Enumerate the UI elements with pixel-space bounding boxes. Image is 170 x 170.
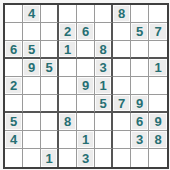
cell-r2c7[interactable] bbox=[113, 23, 131, 41]
cell-r9c7[interactable] bbox=[113, 149, 131, 167]
cell-r6c4[interactable] bbox=[59, 95, 77, 113]
cell-r1c7[interactable]: 8 bbox=[113, 5, 131, 23]
cell-r3c1[interactable]: 6 bbox=[5, 41, 23, 59]
cell-r6c1[interactable] bbox=[5, 95, 23, 113]
cell-r1c2[interactable]: 4 bbox=[23, 5, 41, 23]
cell-r7c5[interactable] bbox=[77, 113, 95, 131]
cell-r2c1[interactable] bbox=[5, 23, 23, 41]
cell-r6c6[interactable]: 5 bbox=[95, 95, 113, 113]
cell-r5c6[interactable]: 1 bbox=[95, 77, 113, 95]
cell-r6c3[interactable] bbox=[41, 95, 59, 113]
cell-r4c5[interactable] bbox=[77, 59, 95, 77]
cell-r5c3[interactable] bbox=[41, 77, 59, 95]
cell-r4c9[interactable]: 1 bbox=[149, 59, 167, 77]
cell-r5c9[interactable] bbox=[149, 77, 167, 95]
cell-r8c5[interactable]: 1 bbox=[77, 131, 95, 149]
cell-r3c4[interactable]: 1 bbox=[59, 41, 77, 59]
cell-r7c4[interactable]: 8 bbox=[59, 113, 77, 131]
cell-r9c3[interactable]: 1 bbox=[41, 149, 59, 167]
cell-r7c8[interactable]: 6 bbox=[131, 113, 149, 131]
cell-r2c8[interactable]: 5 bbox=[131, 23, 149, 41]
cell-r2c9[interactable]: 7 bbox=[149, 23, 167, 41]
cell-r7c1[interactable]: 5 bbox=[5, 113, 23, 131]
cell-r3c6[interactable]: 8 bbox=[95, 41, 113, 59]
sudoku-board: 482657651895312915795869413813 bbox=[3, 3, 169, 169]
cell-r9c6[interactable] bbox=[95, 149, 113, 167]
cell-r8c1[interactable]: 4 bbox=[5, 131, 23, 149]
cell-r7c2[interactable] bbox=[23, 113, 41, 131]
cell-r8c7[interactable] bbox=[113, 131, 131, 149]
cell-r1c3[interactable] bbox=[41, 5, 59, 23]
cell-r2c3[interactable] bbox=[41, 23, 59, 41]
cell-r6c2[interactable] bbox=[23, 95, 41, 113]
cell-r1c9[interactable] bbox=[149, 5, 167, 23]
cell-r3c7[interactable] bbox=[113, 41, 131, 59]
cell-r8c4[interactable] bbox=[59, 131, 77, 149]
cell-r9c9[interactable] bbox=[149, 149, 167, 167]
cell-r6c8[interactable]: 9 bbox=[131, 95, 149, 113]
cell-r7c3[interactable] bbox=[41, 113, 59, 131]
cell-r1c1[interactable] bbox=[5, 5, 23, 23]
cell-r5c8[interactable] bbox=[131, 77, 149, 95]
cell-r4c1[interactable] bbox=[5, 59, 23, 77]
cell-r3c3[interactable] bbox=[41, 41, 59, 59]
cell-r4c7[interactable] bbox=[113, 59, 131, 77]
cell-r7c9[interactable]: 9 bbox=[149, 113, 167, 131]
cell-r9c2[interactable] bbox=[23, 149, 41, 167]
cell-r4c8[interactable] bbox=[131, 59, 149, 77]
cell-r9c1[interactable] bbox=[5, 149, 23, 167]
cell-r9c5[interactable]: 3 bbox=[77, 149, 95, 167]
cell-r4c3[interactable]: 5 bbox=[41, 59, 59, 77]
cell-r8c8[interactable]: 3 bbox=[131, 131, 149, 149]
cell-r5c1[interactable]: 2 bbox=[5, 77, 23, 95]
cell-r2c5[interactable]: 6 bbox=[77, 23, 95, 41]
cell-r5c2[interactable] bbox=[23, 77, 41, 95]
cell-r1c4[interactable] bbox=[59, 5, 77, 23]
cell-r1c8[interactable] bbox=[131, 5, 149, 23]
cell-r5c5[interactable]: 9 bbox=[77, 77, 95, 95]
cell-r3c9[interactable] bbox=[149, 41, 167, 59]
cell-r3c2[interactable]: 5 bbox=[23, 41, 41, 59]
cell-r6c7[interactable]: 7 bbox=[113, 95, 131, 113]
cell-r2c6[interactable] bbox=[95, 23, 113, 41]
cell-r8c2[interactable] bbox=[23, 131, 41, 149]
cell-r6c9[interactable] bbox=[149, 95, 167, 113]
cell-r8c9[interactable]: 8 bbox=[149, 131, 167, 149]
cell-r8c3[interactable] bbox=[41, 131, 59, 149]
cell-r4c2[interactable]: 9 bbox=[23, 59, 41, 77]
cell-r9c8[interactable] bbox=[131, 149, 149, 167]
cell-r2c2[interactable] bbox=[23, 23, 41, 41]
cell-r7c6[interactable] bbox=[95, 113, 113, 131]
cell-r1c5[interactable] bbox=[77, 5, 95, 23]
cell-r5c4[interactable] bbox=[59, 77, 77, 95]
cell-r6c5[interactable] bbox=[77, 95, 95, 113]
cell-r4c4[interactable] bbox=[59, 59, 77, 77]
cell-r7c7[interactable] bbox=[113, 113, 131, 131]
cell-r3c5[interactable] bbox=[77, 41, 95, 59]
cell-r3c8[interactable] bbox=[131, 41, 149, 59]
cell-r9c4[interactable] bbox=[59, 149, 77, 167]
cell-r4c6[interactable]: 3 bbox=[95, 59, 113, 77]
cell-r8c6[interactable] bbox=[95, 131, 113, 149]
cell-r1c6[interactable] bbox=[95, 5, 113, 23]
cell-r5c7[interactable] bbox=[113, 77, 131, 95]
cell-r2c4[interactable]: 2 bbox=[59, 23, 77, 41]
